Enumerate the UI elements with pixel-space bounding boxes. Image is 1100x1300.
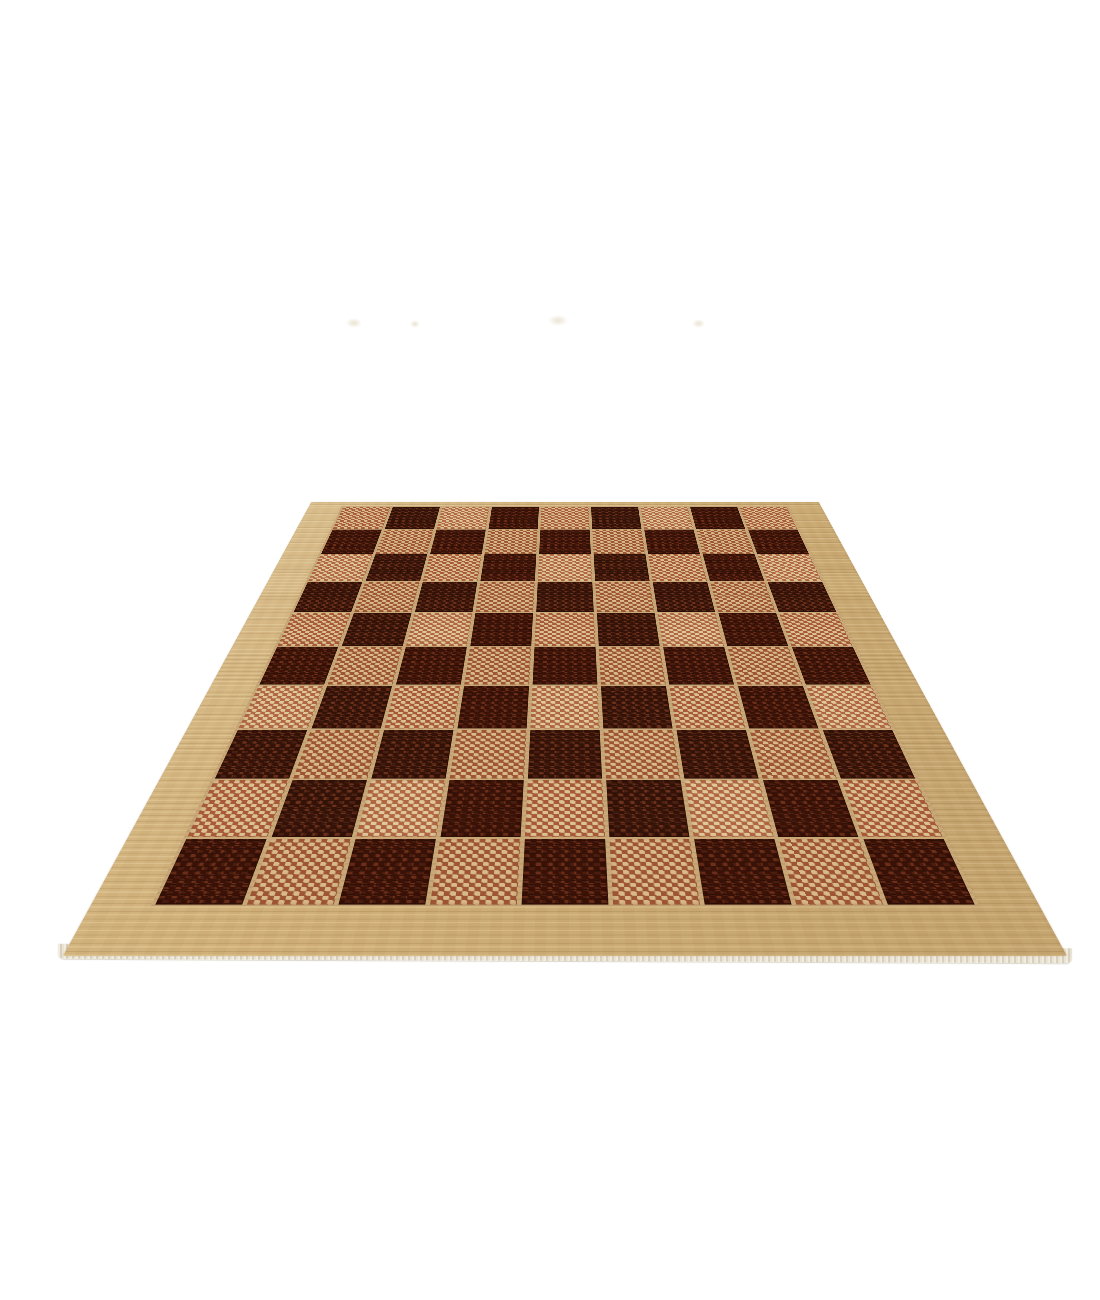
board-cell xyxy=(603,730,680,779)
board-cell xyxy=(710,582,775,612)
board-cell xyxy=(823,730,915,779)
board-cell xyxy=(738,686,819,729)
board-cell xyxy=(293,730,380,779)
board-cell xyxy=(259,647,338,684)
board-cell xyxy=(450,730,527,779)
board-cell xyxy=(595,582,654,612)
board-cell xyxy=(441,780,524,836)
board-cell xyxy=(215,730,307,779)
board-cell xyxy=(597,613,660,646)
board-cell xyxy=(592,529,645,553)
rug-border xyxy=(63,502,1067,956)
board-cell xyxy=(376,529,434,553)
board-cell xyxy=(648,554,707,581)
top-fringe-tuft xyxy=(346,318,362,328)
board-cell xyxy=(685,780,774,836)
board-cell xyxy=(312,686,393,729)
board-cell xyxy=(294,582,363,612)
board-cell xyxy=(239,686,324,729)
board-cell xyxy=(658,613,724,646)
board-cell xyxy=(863,838,974,904)
checkerboard xyxy=(151,506,980,906)
board-cell xyxy=(728,647,803,684)
board-cell xyxy=(457,686,529,729)
board-cell xyxy=(308,554,372,581)
board-cell xyxy=(328,647,403,684)
board-cell xyxy=(385,686,461,729)
board-cell xyxy=(406,613,472,646)
board-cell xyxy=(480,554,536,581)
board-cell xyxy=(539,529,591,553)
board-cell xyxy=(356,780,445,836)
top-fringe-tuft xyxy=(692,319,705,328)
board-cell xyxy=(748,529,809,553)
board-cell xyxy=(470,613,533,646)
board-cell xyxy=(536,582,593,612)
board-cell xyxy=(272,780,367,836)
board-cell xyxy=(757,554,821,581)
board-cell xyxy=(396,647,467,684)
board-cell xyxy=(641,507,694,529)
board-cell xyxy=(779,613,852,646)
board-cell xyxy=(594,554,650,581)
board-cell xyxy=(437,507,490,529)
board-cell xyxy=(703,554,765,581)
board-cell xyxy=(535,613,596,646)
board-cell xyxy=(338,838,435,904)
board-cell xyxy=(464,647,531,684)
board-cell xyxy=(525,780,605,836)
board-cell xyxy=(599,647,666,684)
board-cell xyxy=(669,686,745,729)
board-cell xyxy=(371,730,453,779)
board-cell xyxy=(644,529,700,553)
photo-background xyxy=(0,0,1100,1300)
board-cell xyxy=(740,507,797,529)
board-cell xyxy=(415,582,477,612)
board-cell xyxy=(530,686,599,729)
board-cell xyxy=(663,647,734,684)
board-cell xyxy=(485,529,538,553)
board-cell xyxy=(528,730,602,779)
board-cell xyxy=(606,780,689,836)
board-cell xyxy=(718,613,788,646)
board-cell xyxy=(677,730,759,779)
board-cell xyxy=(601,686,673,729)
board-cell xyxy=(187,780,288,836)
board-cell xyxy=(694,838,791,904)
board-cell xyxy=(522,838,609,904)
board-cell xyxy=(792,647,871,684)
board-cell xyxy=(591,507,641,529)
board-cell xyxy=(430,838,521,904)
board-cell xyxy=(342,613,412,646)
top-fringe-tuft xyxy=(548,315,568,326)
board-cell xyxy=(533,647,598,684)
board-cell xyxy=(430,529,486,553)
board-cell xyxy=(354,582,419,612)
board-cell xyxy=(476,582,535,612)
board-cell xyxy=(423,554,482,581)
board-cell xyxy=(653,582,715,612)
board-cell xyxy=(750,730,837,779)
board-cell xyxy=(366,554,428,581)
board-cell xyxy=(806,686,891,729)
top-fringe-tuft xyxy=(410,320,420,328)
board-cell xyxy=(385,507,440,529)
board-cell xyxy=(489,507,539,529)
board-cell xyxy=(768,582,837,612)
board-cell xyxy=(690,507,745,529)
board-cell xyxy=(538,554,592,581)
board-cell xyxy=(333,507,390,529)
board-cell xyxy=(609,838,700,904)
board-cell xyxy=(841,780,942,836)
board-cell xyxy=(321,529,382,553)
rug-scene xyxy=(0,0,1100,1300)
board-cell xyxy=(278,613,351,646)
board-cell xyxy=(540,507,589,529)
board-cell xyxy=(696,529,754,553)
